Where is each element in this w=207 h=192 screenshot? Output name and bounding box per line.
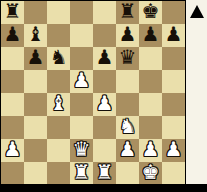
square-g6[interactable] [139,47,162,70]
square-e2[interactable] [93,139,116,162]
square-b3[interactable] [24,116,47,139]
square-g7[interactable]: ♟ [139,24,162,47]
piece-black-rook-a8[interactable]: ♜ [4,1,22,23]
square-f8[interactable]: ♜ [116,1,139,24]
square-b7[interactable]: ♝ [24,24,47,47]
piece-black-bishop-b7[interactable]: ♝ [27,24,45,46]
piece-white-pawn-g2[interactable]: ♟ [142,139,160,161]
square-h7[interactable]: ♟ [162,24,185,47]
square-a1[interactable] [1,162,24,185]
square-a5[interactable] [1,70,24,93]
piece-black-pawn-g7[interactable]: ♟ [142,24,160,46]
piece-black-pawn-f7[interactable]: ♟ [119,24,137,46]
square-f3[interactable]: ♞ [116,116,139,139]
square-f1[interactable] [116,162,139,185]
square-a6[interactable] [1,47,24,70]
square-e7[interactable] [93,24,116,47]
square-g2[interactable]: ♟ [139,139,162,162]
square-b4[interactable] [24,93,47,116]
square-d8[interactable] [70,1,93,24]
square-d6[interactable] [70,47,93,70]
square-c5[interactable] [47,70,70,93]
square-g8[interactable]: ♚ [139,1,162,24]
square-c6[interactable]: ♞ [47,47,70,70]
black-to-move-triangle-icon [190,5,204,18]
square-e5[interactable] [93,70,116,93]
piece-white-pawn-f2[interactable]: ♟ [119,139,137,161]
piece-black-pawn-b6[interactable]: ♟ [27,47,45,69]
square-d5[interactable]: ♟ [70,70,93,93]
piece-white-king-g1[interactable]: ♚ [142,162,160,184]
piece-white-pawn-d5[interactable]: ♟ [73,70,91,92]
square-d3[interactable] [70,116,93,139]
square-g3[interactable] [139,116,162,139]
square-d4[interactable] [70,93,93,116]
square-b6[interactable]: ♟ [24,47,47,70]
square-d2[interactable]: ♛ [70,139,93,162]
square-a4[interactable] [1,93,24,116]
square-d7[interactable] [70,24,93,47]
square-e8[interactable] [93,1,116,24]
square-h4[interactable] [162,93,185,116]
square-h3[interactable] [162,116,185,139]
board-bottom-border [0,184,207,192]
square-e6[interactable]: ♟ [93,47,116,70]
square-f6[interactable]: ♛ [116,47,139,70]
square-e3[interactable] [93,116,116,139]
square-h6[interactable] [162,47,185,70]
square-d1[interactable]: ♜ [70,162,93,185]
square-c2[interactable] [47,139,70,162]
square-h8[interactable] [162,1,185,24]
square-f5[interactable] [116,70,139,93]
square-b8[interactable] [24,1,47,24]
square-h5[interactable] [162,70,185,93]
square-a2[interactable]: ♟ [1,139,24,162]
piece-black-rook-f8[interactable]: ♜ [119,1,137,23]
piece-white-rook-d1[interactable]: ♜ [73,162,91,184]
piece-black-pawn-h7[interactable]: ♟ [165,24,183,46]
square-f2[interactable]: ♟ [116,139,139,162]
square-a8[interactable]: ♜ [1,1,24,24]
square-a7[interactable]: ♟ [1,24,24,47]
square-c1[interactable] [47,162,70,185]
piece-black-knight-c6[interactable]: ♞ [50,47,68,69]
square-f7[interactable]: ♟ [116,24,139,47]
square-b1[interactable] [24,162,47,185]
square-c3[interactable] [47,116,70,139]
square-b5[interactable] [24,70,47,93]
piece-white-pawn-e4[interactable]: ♟ [96,93,114,115]
square-h2[interactable]: ♟ [162,139,185,162]
piece-black-pawn-e6[interactable]: ♟ [96,47,114,69]
piece-white-rook-e1[interactable]: ♜ [96,162,114,184]
piece-white-knight-f3[interactable]: ♞ [119,116,137,138]
square-c7[interactable] [47,24,70,47]
square-c8[interactable] [47,1,70,24]
piece-white-queen-d2[interactable]: ♛ [73,139,91,161]
square-b2[interactable] [24,139,47,162]
piece-white-pawn-h2[interactable]: ♟ [165,139,183,161]
square-e1[interactable]: ♜ [93,162,116,185]
piece-white-pawn-a2[interactable]: ♟ [4,139,22,161]
square-g4[interactable] [139,93,162,116]
piece-white-bishop-c4[interactable]: ♝ [50,93,68,115]
chess-board: ♜♜♚♟♝♟♟♟♟♞♟♛♟♝♟♞♟♛♟♟♟♜♜♚ [0,0,186,185]
square-f4[interactable] [116,93,139,116]
chess-diagram: ♜♜♚♟♝♟♟♟♟♞♟♛♟♝♟♞♟♛♟♟♟♜♜♚ [0,0,207,192]
piece-black-king-g8[interactable]: ♚ [142,1,160,23]
square-g1[interactable]: ♚ [139,162,162,185]
square-c4[interactable]: ♝ [47,93,70,116]
square-h1[interactable] [162,162,185,185]
piece-black-pawn-a7[interactable]: ♟ [4,24,22,46]
piece-black-queen-f6[interactable]: ♛ [119,47,137,69]
square-a3[interactable] [1,116,24,139]
square-e4[interactable]: ♟ [93,93,116,116]
square-g5[interactable] [139,70,162,93]
